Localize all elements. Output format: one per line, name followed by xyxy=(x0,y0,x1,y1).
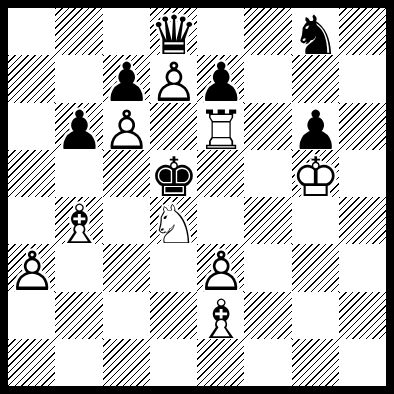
piece-black-knight[interactable]: ♞ xyxy=(292,9,339,56)
square-e3[interactable]: ♟♙ xyxy=(197,244,244,291)
square-e5[interactable] xyxy=(197,150,244,197)
square-c1[interactable] xyxy=(103,339,150,386)
piece-white-king[interactable]: ♚♔ xyxy=(292,151,339,198)
square-f1[interactable] xyxy=(244,339,291,386)
square-a6[interactable] xyxy=(8,103,55,150)
square-b1[interactable] xyxy=(55,339,102,386)
chess-board: ♛♞♟♟♙♟♟♟♙♜♖♟♚♚♔♝♗♞♘♟♙♟♙♝♗ xyxy=(8,8,386,386)
square-h1[interactable] xyxy=(339,339,386,386)
square-g3[interactable] xyxy=(292,244,339,291)
square-h7[interactable] xyxy=(339,55,386,102)
square-e6[interactable]: ♜♖ xyxy=(197,103,244,150)
square-a2[interactable] xyxy=(8,292,55,339)
square-b2[interactable] xyxy=(55,292,102,339)
square-e8[interactable] xyxy=(197,8,244,55)
piece-white-pawn[interactable]: ♟♙ xyxy=(197,245,244,292)
square-d7[interactable]: ♟♙ xyxy=(150,55,197,102)
piece-black-king[interactable]: ♚ xyxy=(150,151,197,198)
square-e7[interactable]: ♟ xyxy=(197,55,244,102)
square-b3[interactable] xyxy=(55,244,102,291)
square-b7[interactable] xyxy=(55,55,102,102)
square-f2[interactable] xyxy=(244,292,291,339)
square-g1[interactable] xyxy=(292,339,339,386)
square-e1[interactable] xyxy=(197,339,244,386)
square-a1[interactable] xyxy=(8,339,55,386)
square-h3[interactable] xyxy=(339,244,386,291)
piece-white-bishop[interactable]: ♝♗ xyxy=(197,293,244,340)
square-c4[interactable] xyxy=(103,197,150,244)
square-e4[interactable] xyxy=(197,197,244,244)
piece-black-pawn[interactable]: ♟ xyxy=(55,104,102,151)
square-h6[interactable] xyxy=(339,103,386,150)
square-a3[interactable]: ♟♙ xyxy=(8,244,55,291)
square-f4[interactable] xyxy=(244,197,291,244)
square-g8[interactable]: ♞ xyxy=(292,8,339,55)
square-d4[interactable]: ♞♘ xyxy=(150,197,197,244)
square-b6[interactable]: ♟ xyxy=(55,103,102,150)
piece-black-pawn[interactable]: ♟ xyxy=(292,104,339,151)
square-a4[interactable] xyxy=(8,197,55,244)
piece-white-pawn[interactable]: ♟♙ xyxy=(103,104,150,151)
square-c6[interactable]: ♟♙ xyxy=(103,103,150,150)
square-g4[interactable] xyxy=(292,197,339,244)
square-b4[interactable]: ♝♗ xyxy=(55,197,102,244)
square-f7[interactable] xyxy=(244,55,291,102)
square-d3[interactable] xyxy=(150,244,197,291)
square-h4[interactable] xyxy=(339,197,386,244)
square-g7[interactable] xyxy=(292,55,339,102)
square-b8[interactable] xyxy=(55,8,102,55)
piece-white-pawn[interactable]: ♟♙ xyxy=(150,56,197,103)
square-g5[interactable]: ♚♔ xyxy=(292,150,339,197)
square-a7[interactable] xyxy=(8,55,55,102)
piece-white-bishop[interactable]: ♝♗ xyxy=(55,198,102,245)
square-c7[interactable]: ♟ xyxy=(103,55,150,102)
square-h2[interactable] xyxy=(339,292,386,339)
square-d5[interactable]: ♚ xyxy=(150,150,197,197)
square-d1[interactable] xyxy=(150,339,197,386)
square-f3[interactable] xyxy=(244,244,291,291)
piece-white-pawn[interactable]: ♟♙ xyxy=(8,245,55,292)
square-d8[interactable]: ♛ xyxy=(150,8,197,55)
square-g6[interactable]: ♟ xyxy=(292,103,339,150)
square-h8[interactable] xyxy=(339,8,386,55)
square-d2[interactable] xyxy=(150,292,197,339)
square-a8[interactable] xyxy=(8,8,55,55)
square-c2[interactable] xyxy=(103,292,150,339)
square-d6[interactable] xyxy=(150,103,197,150)
square-f6[interactable] xyxy=(244,103,291,150)
piece-black-pawn[interactable]: ♟ xyxy=(197,56,244,103)
square-b5[interactable] xyxy=(55,150,102,197)
square-a5[interactable] xyxy=(8,150,55,197)
piece-black-pawn[interactable]: ♟ xyxy=(103,56,150,103)
square-g2[interactable] xyxy=(292,292,339,339)
piece-black-queen[interactable]: ♛ xyxy=(150,9,197,56)
square-e2[interactable]: ♝♗ xyxy=(197,292,244,339)
piece-white-knight[interactable]: ♞♘ xyxy=(150,198,197,245)
square-c5[interactable] xyxy=(103,150,150,197)
square-c3[interactable] xyxy=(103,244,150,291)
piece-white-rook[interactable]: ♜♖ xyxy=(197,104,244,151)
square-f8[interactable] xyxy=(244,8,291,55)
square-h5[interactable] xyxy=(339,150,386,197)
square-f5[interactable] xyxy=(244,150,291,197)
board-frame: ♛♞♟♟♙♟♟♟♙♜♖♟♚♚♔♝♗♞♘♟♙♟♙♝♗ xyxy=(0,0,394,394)
square-c8[interactable] xyxy=(103,8,150,55)
